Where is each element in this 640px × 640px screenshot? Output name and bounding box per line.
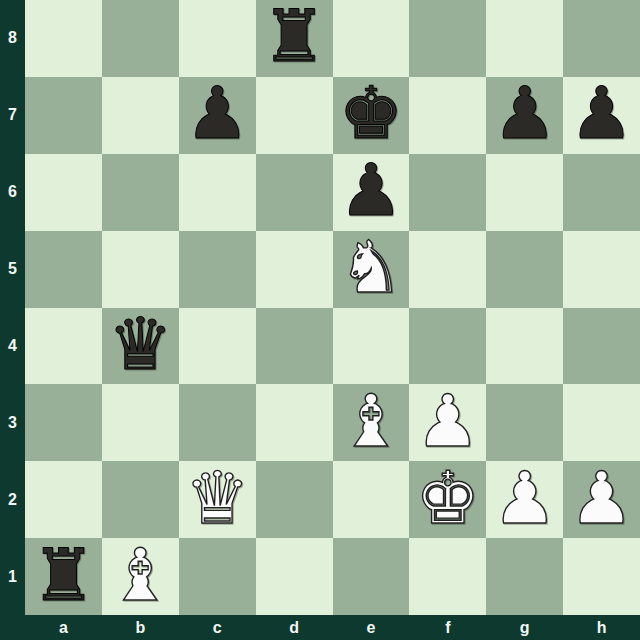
rank-label-6: 6 (0, 154, 25, 231)
square-h5[interactable] (563, 231, 640, 308)
square-c7[interactable]: ♟ (179, 77, 256, 154)
square-e6[interactable]: ♟ (333, 154, 410, 231)
square-c8[interactable] (179, 0, 256, 77)
rank-label-2: 2 (0, 461, 25, 538)
square-f1[interactable] (409, 538, 486, 615)
piece-black-pawn[interactable]: ♟ (492, 77, 557, 149)
square-f8[interactable] (409, 0, 486, 77)
square-e7[interactable]: ♚ (333, 77, 410, 154)
piece-white-pawn[interactable]: ♟ (492, 462, 557, 534)
file-label-b: b (102, 615, 179, 640)
square-b8[interactable] (102, 0, 179, 77)
square-h3[interactable] (563, 384, 640, 461)
square-h8[interactable] (563, 0, 640, 77)
square-f6[interactable] (409, 154, 486, 231)
square-g7[interactable]: ♟ (486, 77, 563, 154)
piece-black-rook[interactable]: ♜ (31, 539, 96, 611)
square-b6[interactable] (102, 154, 179, 231)
piece-white-pawn[interactable]: ♟ (569, 462, 634, 534)
square-a4[interactable] (25, 308, 102, 385)
rank-label-4: 4 (0, 308, 25, 385)
file-label-a: a (25, 615, 102, 640)
rank-label-5: 5 (0, 231, 25, 308)
chess-board: 8♜7♟♚♟♟6♟5♞4♛3♝♟2♛♚♟♟1♜♝abcdefgh (0, 0, 640, 640)
piece-black-king[interactable]: ♚ (339, 77, 404, 149)
square-a6[interactable] (25, 154, 102, 231)
file-label-g: g (486, 615, 563, 640)
square-c3[interactable] (179, 384, 256, 461)
square-g3[interactable] (486, 384, 563, 461)
square-a1[interactable]: ♜ (25, 538, 102, 615)
piece-black-pawn[interactable]: ♟ (185, 77, 250, 149)
piece-white-queen[interactable]: ♛ (185, 462, 250, 534)
square-f5[interactable] (409, 231, 486, 308)
piece-black-queen[interactable]: ♛ (108, 308, 173, 380)
rank-label-8: 8 (0, 0, 25, 77)
square-a2[interactable] (25, 461, 102, 538)
square-c4[interactable] (179, 308, 256, 385)
square-a3[interactable] (25, 384, 102, 461)
square-a8[interactable] (25, 0, 102, 77)
square-h6[interactable] (563, 154, 640, 231)
file-label-h: h (563, 615, 640, 640)
square-b3[interactable] (102, 384, 179, 461)
square-b7[interactable] (102, 77, 179, 154)
square-g5[interactable] (486, 231, 563, 308)
square-g4[interactable] (486, 308, 563, 385)
square-e1[interactable] (333, 538, 410, 615)
square-e3[interactable]: ♝ (333, 384, 410, 461)
square-b1[interactable]: ♝ (102, 538, 179, 615)
square-g2[interactable]: ♟ (486, 461, 563, 538)
square-f2[interactable]: ♚ (409, 461, 486, 538)
square-h2[interactable]: ♟ (563, 461, 640, 538)
piece-white-knight[interactable]: ♞ (339, 231, 404, 303)
square-b2[interactable] (102, 461, 179, 538)
square-g6[interactable] (486, 154, 563, 231)
piece-white-pawn[interactable]: ♟ (416, 385, 481, 457)
square-c6[interactable] (179, 154, 256, 231)
square-d7[interactable] (256, 77, 333, 154)
square-d3[interactable] (256, 384, 333, 461)
rank-label-3: 3 (0, 384, 25, 461)
piece-white-king[interactable]: ♚ (416, 462, 481, 534)
square-a7[interactable] (25, 77, 102, 154)
piece-white-bishop[interactable]: ♝ (339, 385, 404, 457)
piece-black-pawn[interactable]: ♟ (569, 77, 634, 149)
square-d4[interactable] (256, 308, 333, 385)
square-a5[interactable] (25, 231, 102, 308)
piece-black-rook[interactable]: ♜ (262, 0, 327, 72)
square-d6[interactable] (256, 154, 333, 231)
square-f4[interactable] (409, 308, 486, 385)
rank-label-7: 7 (0, 77, 25, 154)
square-d2[interactable] (256, 461, 333, 538)
square-e8[interactable] (333, 0, 410, 77)
square-b4[interactable]: ♛ (102, 308, 179, 385)
file-label-f: f (409, 615, 486, 640)
square-f7[interactable] (409, 77, 486, 154)
square-g8[interactable] (486, 0, 563, 77)
file-label-c: c (179, 615, 256, 640)
piece-black-pawn[interactable]: ♟ (339, 154, 404, 226)
rank-label-1: 1 (0, 538, 25, 615)
square-b5[interactable] (102, 231, 179, 308)
file-label-e: e (333, 615, 410, 640)
piece-white-bishop[interactable]: ♝ (108, 539, 173, 611)
square-e2[interactable] (333, 461, 410, 538)
square-h7[interactable]: ♟ (563, 77, 640, 154)
board-corner (0, 615, 25, 640)
square-d5[interactable] (256, 231, 333, 308)
square-e5[interactable]: ♞ (333, 231, 410, 308)
square-f3[interactable]: ♟ (409, 384, 486, 461)
square-d1[interactable] (256, 538, 333, 615)
square-c2[interactable]: ♛ (179, 461, 256, 538)
square-e4[interactable] (333, 308, 410, 385)
square-d8[interactable]: ♜ (256, 0, 333, 77)
square-c1[interactable] (179, 538, 256, 615)
square-h4[interactable] (563, 308, 640, 385)
square-c5[interactable] (179, 231, 256, 308)
square-g1[interactable] (486, 538, 563, 615)
square-h1[interactable] (563, 538, 640, 615)
file-label-d: d (256, 615, 333, 640)
